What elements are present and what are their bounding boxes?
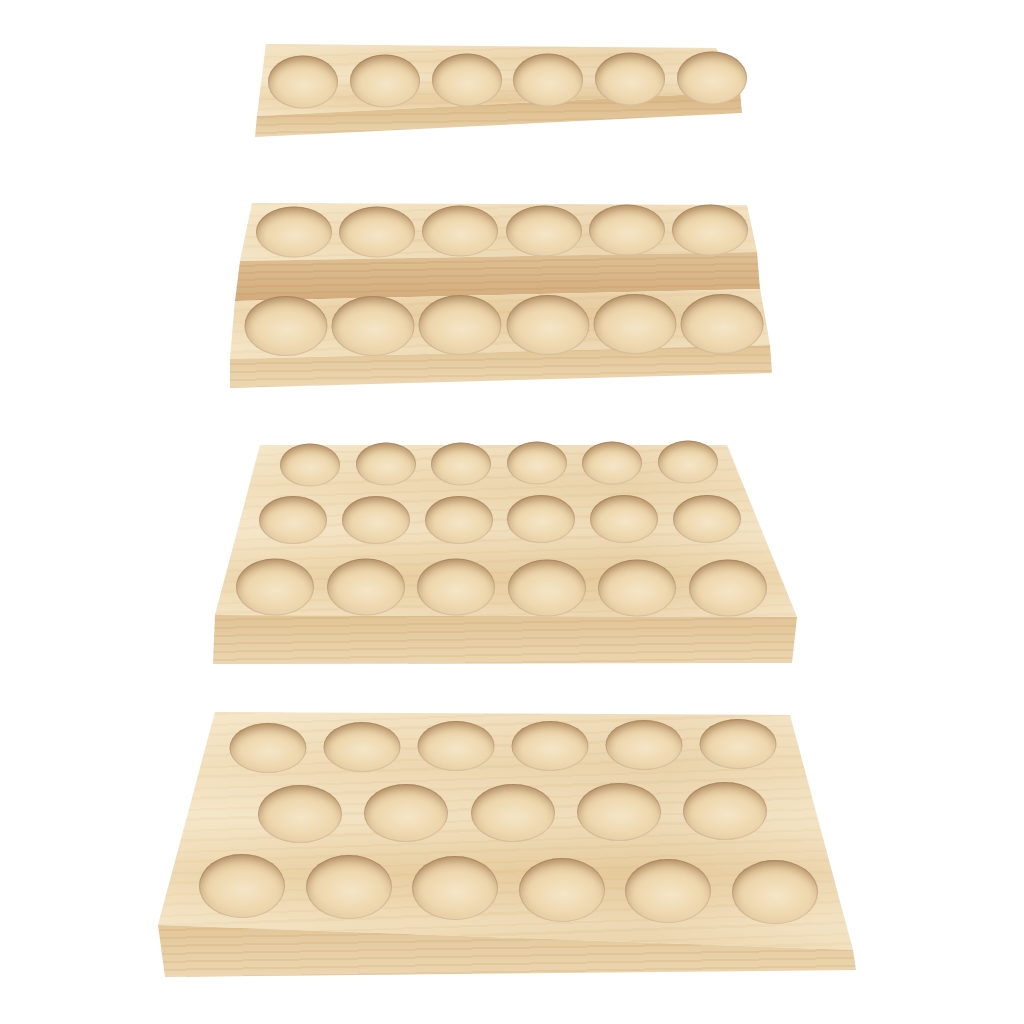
bottle-hole (508, 559, 586, 616)
product-photo (0, 0, 1024, 1024)
bottle-hole (700, 719, 777, 769)
bottle-hole (245, 296, 328, 356)
bottle-hole (350, 55, 420, 108)
bottle-hole (506, 205, 582, 256)
bottle-hole (598, 559, 676, 616)
bottle-hole (625, 859, 711, 923)
bottle-hole (324, 722, 401, 772)
bottle-hole (658, 441, 718, 484)
bottle-hole (672, 205, 748, 256)
bottle-hole (577, 783, 661, 841)
bottle-hole (258, 785, 342, 843)
bottle-hole (356, 443, 416, 486)
bottle-hole (431, 442, 491, 485)
bottle-hole (471, 784, 555, 842)
bottle-hole (595, 52, 665, 105)
bottle-hole (432, 54, 502, 107)
bottle-hole (425, 496, 493, 544)
bottle-hole (519, 858, 605, 922)
bottle-hole (512, 721, 589, 771)
bottle-hole (593, 294, 676, 354)
bottle-hole (412, 856, 498, 920)
tray-single-row (248, 36, 756, 140)
tray-flat-17 (155, 705, 860, 985)
bottle-hole (332, 296, 415, 356)
bottle-hole (506, 295, 589, 355)
bottle-hole (327, 559, 405, 616)
bottle-hole (673, 495, 741, 543)
bottle-hole (259, 496, 327, 544)
bottle-hole (507, 442, 567, 485)
bottle-hole (590, 495, 658, 543)
bottle-hole (689, 560, 767, 617)
bottle-hole (589, 205, 665, 256)
bottle-hole (230, 723, 307, 773)
bottle-hole (732, 860, 818, 924)
bottle-hole (256, 207, 332, 258)
bottle-hole (364, 784, 448, 842)
bottle-hole (507, 495, 575, 543)
tray-flat-18 (205, 435, 800, 672)
bottle-hole (683, 782, 767, 840)
bottle-hole (199, 854, 285, 918)
tray-two-tier (226, 195, 780, 391)
bottle-hole (236, 559, 314, 616)
bottle-hole (422, 206, 498, 257)
bottle-hole (513, 53, 583, 106)
bottle-hole (418, 721, 495, 771)
bottle-hole (268, 56, 338, 109)
bottle-hole (342, 496, 410, 544)
bottle-hole (606, 720, 683, 770)
bottle-hole (419, 295, 502, 355)
bottle-hole (306, 855, 392, 919)
bottle-hole (677, 52, 747, 105)
bottle-hole (280, 444, 340, 487)
bottle-hole (582, 441, 642, 484)
bottle-hole (417, 559, 495, 616)
bottle-hole (681, 294, 764, 354)
bottle-hole (339, 206, 415, 257)
